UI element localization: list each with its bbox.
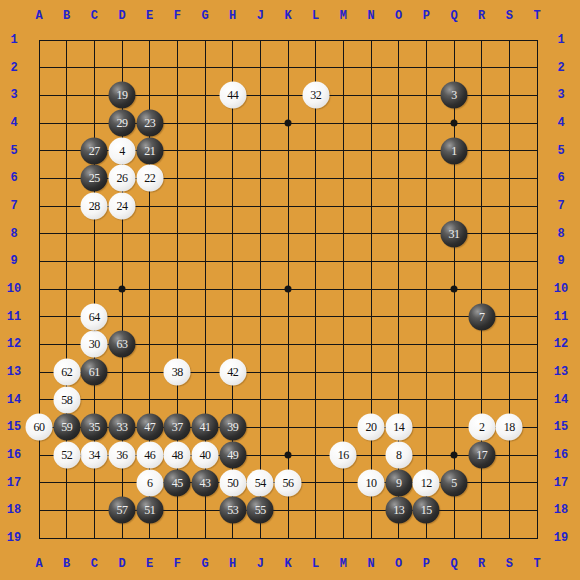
row-label-right-4: 4 [557, 117, 564, 129]
column-label-bottom-N: N [367, 558, 374, 570]
stone-black-E5[interactable]: 21 [136, 137, 163, 164]
stone-white-H13[interactable]: 42 [219, 359, 246, 386]
stone-white-E6[interactable]: 22 [136, 165, 163, 192]
stone-black-G15[interactable]: 41 [192, 414, 219, 441]
stone-move-number: 61 [89, 365, 100, 380]
column-label-top-M: M [340, 10, 347, 22]
column-label-top-Q: Q [450, 10, 457, 22]
stone-white-H17[interactable]: 50 [219, 469, 246, 496]
stone-move-number: 46 [144, 448, 155, 463]
stone-move-number: 49 [227, 448, 238, 463]
stone-move-number: 41 [200, 420, 211, 435]
stone-move-number: 54 [255, 475, 266, 490]
column-label-bottom-O: O [395, 558, 402, 570]
stone-black-E15[interactable]: 47 [136, 414, 163, 441]
row-label-right-11: 11 [554, 311, 568, 323]
stone-white-C16[interactable]: 34 [81, 442, 108, 469]
column-label-top-S: S [506, 10, 513, 22]
stone-move-number: 2 [479, 420, 485, 435]
stone-black-O17[interactable]: 9 [385, 469, 412, 496]
stone-white-G16[interactable]: 40 [192, 442, 219, 469]
row-label-right-19: 19 [554, 532, 568, 544]
stone-black-R16[interactable]: 17 [468, 442, 495, 469]
column-label-top-P: P [423, 10, 430, 22]
stone-white-N17[interactable]: 10 [358, 469, 385, 496]
stone-move-number: 34 [89, 448, 100, 463]
row-label-left-4: 4 [10, 117, 17, 129]
stone-white-C11[interactable]: 64 [81, 303, 108, 330]
star-point-K4 [285, 120, 292, 127]
star-point-K16 [285, 452, 292, 459]
row-label-left-6: 6 [10, 172, 17, 184]
stone-black-E18[interactable]: 51 [136, 497, 163, 524]
stone-white-B14[interactable]: 58 [53, 386, 80, 413]
stone-move-number: 35 [89, 420, 100, 435]
row-label-left-9: 9 [10, 255, 17, 267]
stone-move-number: 21 [144, 143, 155, 158]
stone-move-number: 23 [144, 116, 155, 131]
stone-white-E16[interactable]: 46 [136, 442, 163, 469]
stone-white-O16[interactable]: 8 [385, 442, 412, 469]
row-label-right-7: 7 [557, 200, 564, 212]
row-label-left-1: 1 [10, 34, 17, 46]
grid-line-horizontal-14 [39, 399, 538, 400]
row-label-left-14: 14 [7, 394, 21, 406]
column-label-top-H: H [229, 10, 236, 22]
stone-move-number: 63 [117, 337, 128, 352]
stone-black-D4[interactable]: 29 [109, 110, 136, 137]
stone-move-number: 29 [117, 116, 128, 131]
row-label-left-2: 2 [10, 62, 17, 74]
stone-move-number: 25 [89, 171, 100, 186]
grid-line-vertical-L [315, 40, 316, 539]
stone-move-number: 19 [117, 88, 128, 103]
stone-move-number: 53 [227, 503, 238, 518]
stone-move-number: 64 [89, 309, 100, 324]
stone-white-F13[interactable]: 38 [164, 359, 191, 386]
stone-white-H3[interactable]: 44 [219, 82, 246, 109]
column-label-top-F: F [174, 10, 181, 22]
stone-move-number: 40 [200, 448, 211, 463]
column-label-bottom-K: K [284, 558, 291, 570]
stone-move-number: 38 [172, 365, 183, 380]
grid-line-horizontal-11 [39, 316, 538, 317]
column-label-bottom-J: J [257, 558, 264, 570]
stone-white-D6[interactable]: 26 [109, 165, 136, 192]
column-label-bottom-Q: Q [450, 558, 457, 570]
stone-white-B16[interactable]: 52 [53, 442, 80, 469]
stone-move-number: 36 [117, 448, 128, 463]
stone-move-number: 58 [61, 392, 72, 407]
row-label-right-6: 6 [557, 172, 564, 184]
stone-move-number: 47 [144, 420, 155, 435]
grid-line-horizontal-2 [39, 67, 538, 68]
stone-move-number: 7 [479, 309, 485, 324]
row-label-left-8: 8 [10, 228, 17, 240]
column-label-top-K: K [284, 10, 291, 22]
row-label-left-19: 19 [7, 532, 21, 544]
stone-black-C6[interactable]: 25 [81, 165, 108, 192]
stone-move-number: 59 [61, 420, 72, 435]
row-label-right-18: 18 [554, 504, 568, 516]
column-label-top-C: C [91, 10, 98, 22]
row-label-right-5: 5 [557, 145, 564, 157]
row-label-left-18: 18 [7, 504, 21, 516]
grid-line-vertical-T [537, 40, 538, 539]
stone-black-F17[interactable]: 45 [164, 469, 191, 496]
stone-move-number: 50 [227, 475, 238, 490]
row-label-right-13: 13 [554, 366, 568, 378]
stone-black-F15[interactable]: 37 [164, 414, 191, 441]
stone-move-number: 62 [61, 365, 72, 380]
star-point-Q16 [451, 452, 458, 459]
grid-line-horizontal-19 [39, 538, 538, 539]
stone-white-M16[interactable]: 16 [330, 442, 357, 469]
stone-move-number: 22 [144, 171, 155, 186]
stone-move-number: 30 [89, 337, 100, 352]
stone-move-number: 6 [147, 475, 153, 490]
stone-black-D15[interactable]: 33 [109, 414, 136, 441]
stone-white-L3[interactable]: 32 [302, 82, 329, 109]
row-label-right-10: 10 [554, 283, 568, 295]
stone-move-number: 3 [451, 88, 457, 103]
grid-line-vertical-J [260, 40, 261, 539]
stone-move-number: 9 [396, 475, 402, 490]
stone-move-number: 12 [421, 475, 432, 490]
grid-line-vertical-A [39, 40, 40, 539]
row-label-right-9: 9 [557, 255, 564, 267]
stone-black-H18[interactable]: 53 [219, 497, 246, 524]
stone-move-number: 27 [89, 143, 100, 158]
stone-move-number: 31 [449, 226, 460, 241]
stone-black-Q17[interactable]: 5 [441, 469, 468, 496]
stone-move-number: 48 [172, 448, 183, 463]
row-label-right-1: 1 [557, 34, 564, 46]
stone-white-C12[interactable]: 30 [81, 331, 108, 358]
stone-black-R11[interactable]: 7 [468, 303, 495, 330]
row-label-left-17: 17 [7, 477, 21, 489]
stone-black-P18[interactable]: 15 [413, 497, 440, 524]
row-label-right-17: 17 [554, 477, 568, 489]
stone-move-number: 14 [393, 420, 404, 435]
column-label-bottom-E: E [146, 558, 153, 570]
column-label-bottom-D: D [118, 558, 125, 570]
stone-white-J17[interactable]: 54 [247, 469, 274, 496]
stone-white-D16[interactable]: 36 [109, 442, 136, 469]
stone-black-E4[interactable]: 23 [136, 110, 163, 137]
column-label-bottom-A: A [35, 558, 42, 570]
grid-line-horizontal-9 [39, 261, 538, 262]
column-label-bottom-R: R [478, 558, 485, 570]
column-label-bottom-S: S [506, 558, 513, 570]
column-label-top-J: J [257, 10, 264, 22]
column-label-bottom-H: H [229, 558, 236, 570]
grid-line-horizontal-13 [39, 372, 538, 373]
star-point-Q4 [451, 120, 458, 127]
stone-move-number: 55 [255, 503, 266, 518]
stone-white-O15[interactable]: 14 [385, 414, 412, 441]
stone-move-number: 56 [283, 475, 294, 490]
column-label-top-D: D [118, 10, 125, 22]
stone-black-Q5[interactable]: 1 [441, 137, 468, 164]
stone-move-number: 4 [119, 143, 125, 158]
column-label-bottom-M: M [340, 558, 347, 570]
stone-white-B13[interactable]: 62 [53, 359, 80, 386]
stone-move-number: 8 [396, 448, 402, 463]
row-label-right-14: 14 [554, 394, 568, 406]
column-label-bottom-G: G [201, 558, 208, 570]
stone-move-number: 1 [451, 143, 457, 158]
stone-move-number: 57 [117, 503, 128, 518]
stone-move-number: 60 [34, 420, 45, 435]
column-label-top-E: E [146, 10, 153, 22]
row-label-left-10: 10 [7, 283, 21, 295]
stone-black-C15[interactable]: 35 [81, 414, 108, 441]
stone-black-H16[interactable]: 49 [219, 442, 246, 469]
column-label-top-T: T [533, 10, 540, 22]
stone-move-number: 20 [366, 420, 377, 435]
stone-move-number: 39 [227, 420, 238, 435]
stone-move-number: 24 [117, 199, 128, 214]
stone-black-D18[interactable]: 57 [109, 497, 136, 524]
row-label-right-8: 8 [557, 228, 564, 240]
row-label-left-11: 11 [7, 311, 21, 323]
stone-black-Q8[interactable]: 31 [441, 220, 468, 247]
column-label-top-O: O [395, 10, 402, 22]
stone-move-number: 26 [117, 171, 128, 186]
star-point-D10 [119, 286, 126, 293]
stone-move-number: 10 [366, 475, 377, 490]
stone-move-number: 18 [504, 420, 515, 435]
stone-move-number: 52 [61, 448, 72, 463]
grid-line-vertical-N [371, 40, 372, 539]
stone-black-C13[interactable]: 61 [81, 359, 108, 386]
stone-move-number: 42 [227, 365, 238, 380]
stone-white-C7[interactable]: 28 [81, 193, 108, 220]
stone-black-G17[interactable]: 43 [192, 469, 219, 496]
stone-move-number: 13 [393, 503, 404, 518]
row-label-right-15: 15 [554, 421, 568, 433]
stone-black-O18[interactable]: 13 [385, 497, 412, 524]
row-label-left-7: 7 [10, 200, 17, 212]
stone-black-J18[interactable]: 55 [247, 497, 274, 524]
column-label-bottom-P: P [423, 558, 430, 570]
column-label-top-G: G [201, 10, 208, 22]
row-label-left-12: 12 [7, 338, 21, 350]
grid-line-horizontal-1 [39, 40, 538, 41]
grid-line-vertical-P [426, 40, 427, 539]
stone-black-C5[interactable]: 27 [81, 137, 108, 164]
row-label-right-2: 2 [557, 62, 564, 74]
column-label-bottom-F: F [174, 558, 181, 570]
stone-move-number: 32 [310, 88, 321, 103]
column-label-bottom-B: B [63, 558, 70, 570]
stone-move-number: 28 [89, 199, 100, 214]
stone-white-E17[interactable]: 6 [136, 469, 163, 496]
row-label-right-12: 12 [554, 338, 568, 350]
stone-move-number: 51 [144, 503, 155, 518]
stone-white-K17[interactable]: 56 [275, 469, 302, 496]
stone-move-number: 16 [338, 448, 349, 463]
stone-move-number: 37 [172, 420, 183, 435]
stone-white-D5[interactable]: 4 [109, 137, 136, 164]
grid-line-vertical-S [509, 40, 510, 539]
stone-black-Q3[interactable]: 3 [441, 82, 468, 109]
column-label-bottom-L: L [312, 558, 319, 570]
row-label-right-16: 16 [554, 449, 568, 461]
column-label-top-A: A [35, 10, 42, 22]
stone-white-A15[interactable]: 60 [26, 414, 53, 441]
row-label-right-3: 3 [557, 89, 564, 101]
stone-black-D12[interactable]: 63 [109, 331, 136, 358]
stone-move-number: 17 [476, 448, 487, 463]
stone-black-D3[interactable]: 19 [109, 82, 136, 109]
column-label-top-R: R [478, 10, 485, 22]
stone-move-number: 45 [172, 475, 183, 490]
stone-move-number: 5 [451, 475, 457, 490]
star-point-Q10 [451, 286, 458, 293]
stone-white-S15[interactable]: 18 [496, 414, 523, 441]
column-label-bottom-C: C [91, 558, 98, 570]
column-label-top-L: L [312, 10, 319, 22]
go-board[interactable]: AABBCCDDEEFFGGHHJJKKLLMMNNOOPPQQRRSSTT11… [0, 0, 580, 580]
stone-move-number: 44 [227, 88, 238, 103]
column-label-top-N: N [367, 10, 374, 22]
stone-white-R15[interactable]: 2 [468, 414, 495, 441]
star-point-K10 [285, 286, 292, 293]
stone-white-N15[interactable]: 20 [358, 414, 385, 441]
stone-move-number: 33 [117, 420, 128, 435]
stone-white-P17[interactable]: 12 [413, 469, 440, 496]
column-label-top-B: B [63, 10, 70, 22]
stone-move-number: 15 [421, 503, 432, 518]
row-label-left-15: 15 [7, 421, 21, 433]
stone-black-B15[interactable]: 59 [53, 414, 80, 441]
stone-move-number: 43 [200, 475, 211, 490]
stone-black-H15[interactable]: 39 [219, 414, 246, 441]
row-label-left-13: 13 [7, 366, 21, 378]
row-label-left-3: 3 [10, 89, 17, 101]
row-label-left-5: 5 [10, 145, 17, 157]
stone-white-F16[interactable]: 48 [164, 442, 191, 469]
stone-white-D7[interactable]: 24 [109, 193, 136, 220]
column-label-bottom-T: T [533, 558, 540, 570]
row-label-left-16: 16 [7, 449, 21, 461]
